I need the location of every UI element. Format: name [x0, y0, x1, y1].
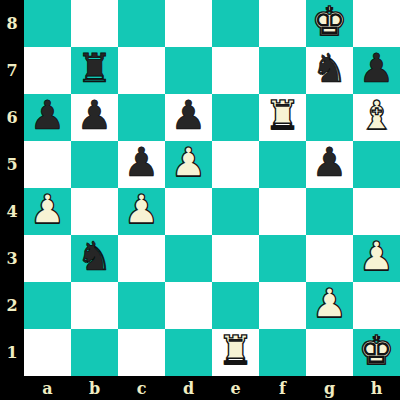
square-e4[interactable]	[212, 188, 259, 235]
square-g3[interactable]	[306, 235, 353, 282]
square-a6[interactable]: ♟	[24, 94, 71, 141]
square-c2[interactable]	[118, 282, 165, 329]
square-c5[interactable]: ♟	[118, 141, 165, 188]
piece-black-pawn[interactable]: ♟	[30, 92, 66, 139]
file-label-c: c	[118, 376, 165, 400]
square-a5[interactable]	[24, 141, 71, 188]
square-g5[interactable]: ♟	[306, 141, 353, 188]
square-a8[interactable]	[24, 0, 71, 47]
rank-label-2: 2	[0, 282, 24, 329]
rank-label-5: 5	[0, 141, 24, 188]
piece-white-pawn[interactable]: ♟	[359, 233, 395, 280]
square-h8[interactable]	[353, 0, 400, 47]
file-label-d: d	[165, 376, 212, 400]
rank-label-8: 8	[0, 0, 24, 47]
piece-black-pawn[interactable]: ♟	[312, 139, 348, 186]
square-e7[interactable]	[212, 47, 259, 94]
square-g6[interactable]	[306, 94, 353, 141]
piece-white-rook[interactable]: ♜	[265, 92, 301, 139]
piece-white-pawn[interactable]: ♟	[30, 186, 66, 233]
chess-board: 8♚7♜♞♟6♟♟♟♜♝5♟♟♟4♟♟3♞♟2♟1♜♚abcdefgh	[0, 0, 400, 400]
file-label-g: g	[306, 376, 353, 400]
square-c1[interactable]	[118, 329, 165, 376]
rank-label-1: 1	[0, 329, 24, 376]
piece-white-king[interactable]: ♚	[359, 327, 395, 374]
square-a2[interactable]	[24, 282, 71, 329]
square-g1[interactable]	[306, 329, 353, 376]
square-h5[interactable]	[353, 141, 400, 188]
piece-white-bishop[interactable]: ♝	[359, 92, 395, 139]
square-b8[interactable]	[71, 0, 118, 47]
square-h2[interactable]	[353, 282, 400, 329]
square-c8[interactable]	[118, 0, 165, 47]
rank-label-3: 3	[0, 235, 24, 282]
square-c3[interactable]	[118, 235, 165, 282]
piece-black-rook[interactable]: ♜	[77, 45, 113, 92]
square-e1[interactable]: ♜	[212, 329, 259, 376]
file-label-h: h	[353, 376, 400, 400]
square-e6[interactable]	[212, 94, 259, 141]
piece-white-pawn[interactable]: ♟	[171, 139, 207, 186]
square-a1[interactable]	[24, 329, 71, 376]
square-f1[interactable]	[259, 329, 306, 376]
piece-black-pawn[interactable]: ♟	[77, 92, 113, 139]
file-label-a: a	[24, 376, 71, 400]
piece-white-pawn[interactable]: ♟	[124, 186, 160, 233]
square-d2[interactable]	[165, 282, 212, 329]
square-f7[interactable]	[259, 47, 306, 94]
piece-white-rook[interactable]: ♜	[218, 327, 254, 374]
square-b2[interactable]	[71, 282, 118, 329]
square-c6[interactable]	[118, 94, 165, 141]
square-b4[interactable]	[71, 188, 118, 235]
square-a4[interactable]: ♟	[24, 188, 71, 235]
frame-corner	[0, 376, 24, 400]
square-f8[interactable]	[259, 0, 306, 47]
piece-white-king[interactable]: ♚	[312, 0, 348, 45]
square-b3[interactable]: ♞	[71, 235, 118, 282]
square-e2[interactable]	[212, 282, 259, 329]
square-b6[interactable]: ♟	[71, 94, 118, 141]
square-f6[interactable]: ♜	[259, 94, 306, 141]
square-e8[interactable]	[212, 0, 259, 47]
square-g4[interactable]	[306, 188, 353, 235]
square-h3[interactable]: ♟	[353, 235, 400, 282]
square-f5[interactable]	[259, 141, 306, 188]
file-label-f: f	[259, 376, 306, 400]
square-f2[interactable]	[259, 282, 306, 329]
square-b7[interactable]: ♜	[71, 47, 118, 94]
square-b1[interactable]	[71, 329, 118, 376]
square-f4[interactable]	[259, 188, 306, 235]
square-e3[interactable]	[212, 235, 259, 282]
square-d7[interactable]	[165, 47, 212, 94]
square-c7[interactable]	[118, 47, 165, 94]
square-d8[interactable]	[165, 0, 212, 47]
square-d5[interactable]: ♟	[165, 141, 212, 188]
square-g7[interactable]: ♞	[306, 47, 353, 94]
square-g2[interactable]: ♟	[306, 282, 353, 329]
square-g8[interactable]: ♚	[306, 0, 353, 47]
rank-label-4: 4	[0, 188, 24, 235]
square-h4[interactable]	[353, 188, 400, 235]
piece-white-pawn[interactable]: ♟	[312, 280, 348, 327]
square-d3[interactable]	[165, 235, 212, 282]
square-f3[interactable]	[259, 235, 306, 282]
square-a3[interactable]	[24, 235, 71, 282]
piece-black-knight[interactable]: ♞	[312, 45, 348, 92]
rank-label-7: 7	[0, 47, 24, 94]
square-h1[interactable]: ♚	[353, 329, 400, 376]
piece-black-pawn[interactable]: ♟	[124, 139, 160, 186]
square-h6[interactable]: ♝	[353, 94, 400, 141]
square-a7[interactable]	[24, 47, 71, 94]
square-e5[interactable]	[212, 141, 259, 188]
square-d1[interactable]	[165, 329, 212, 376]
square-d6[interactable]: ♟	[165, 94, 212, 141]
rank-label-6: 6	[0, 94, 24, 141]
file-label-b: b	[71, 376, 118, 400]
square-d4[interactable]	[165, 188, 212, 235]
piece-black-pawn[interactable]: ♟	[359, 45, 395, 92]
square-b5[interactable]	[71, 141, 118, 188]
piece-black-knight[interactable]: ♞	[77, 233, 113, 280]
square-c4[interactable]: ♟	[118, 188, 165, 235]
square-h7[interactable]: ♟	[353, 47, 400, 94]
file-label-e: e	[212, 376, 259, 400]
piece-black-pawn[interactable]: ♟	[171, 92, 207, 139]
